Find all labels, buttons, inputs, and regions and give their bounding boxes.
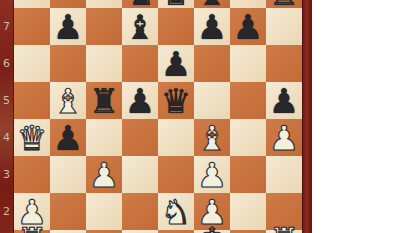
board-frame-right-edge [302, 0, 312, 233]
square-d3[interactable] [122, 156, 158, 193]
black-pawn-f7: ♟ [197, 9, 227, 46]
square-c3[interactable]: ♟ [86, 156, 122, 193]
rank-label-7: 7 [3, 20, 13, 34]
square-d4[interactable] [122, 119, 158, 156]
square-d6[interactable] [122, 45, 158, 82]
black-king-e8: ♚ [161, 0, 191, 12]
white-pawn-c3: ♟ [89, 157, 119, 194]
square-e3[interactable] [158, 156, 194, 193]
square-b2[interactable] [50, 193, 86, 230]
square-e6[interactable]: ♟ [158, 45, 194, 82]
black-pawn-b7: ♟ [53, 9, 83, 46]
square-b3[interactable] [50, 156, 86, 193]
square-e5[interactable]: ♛ [158, 82, 194, 119]
square-g6[interactable] [230, 45, 266, 82]
square-g1[interactable] [230, 230, 266, 233]
board-grid: ♞♚♝♜♟♝♟♟♟♝♜♟♛♟♛♟♝♟♟♟♟♞♟♜♚♜ [14, 0, 302, 233]
square-g2[interactable] [230, 193, 266, 230]
square-e4[interactable] [158, 119, 194, 156]
square-d5[interactable]: ♟ [122, 82, 158, 119]
rank-label-5: 5 [3, 94, 13, 108]
board-frame: 765432 ♞♚♝♜♟♝♟♟♟♝♜♟♛♟♛♟♝♟♟♟♟♞♟♜♚♜ [0, 0, 312, 233]
square-h8[interactable]: ♜ [266, 0, 302, 8]
white-knight-e2: ♞ [161, 194, 191, 231]
black-rook-h8: ♜ [269, 0, 299, 12]
square-f5[interactable] [194, 82, 230, 119]
board-frame-left-edge: 765432 [0, 0, 14, 233]
black-pawn-h5: ♟ [269, 83, 299, 120]
square-c4[interactable] [86, 119, 122, 156]
black-rook-c5: ♜ [89, 83, 119, 120]
black-pawn-g7: ♟ [233, 9, 263, 46]
square-e7[interactable] [158, 8, 194, 45]
square-a7[interactable] [14, 8, 50, 45]
white-queen-a4: ♛ [17, 120, 47, 157]
square-g4[interactable] [230, 119, 266, 156]
white-king-f1: ♚ [197, 222, 227, 233]
square-f4[interactable]: ♝ [194, 119, 230, 156]
square-g7[interactable]: ♟ [230, 8, 266, 45]
black-bishop-d7: ♝ [125, 9, 155, 46]
rank-label-3: 3 [3, 168, 13, 182]
square-a8[interactable] [14, 0, 50, 8]
square-h3[interactable] [266, 156, 302, 193]
white-pawn-f3: ♟ [197, 157, 227, 194]
square-d2[interactable] [122, 193, 158, 230]
white-bishop-f4: ♝ [197, 120, 227, 157]
square-b5[interactable]: ♝ [50, 82, 86, 119]
square-c5[interactable]: ♜ [86, 82, 122, 119]
square-c7[interactable] [86, 8, 122, 45]
square-a3[interactable] [14, 156, 50, 193]
chess-app-canvas: 765432 ♞♚♝♜♟♝♟♟♟♝♜♟♛♟♛♟♝♟♟♟♟♞♟♜♚♜ [0, 0, 414, 233]
square-g3[interactable] [230, 156, 266, 193]
black-queen-e5: ♛ [161, 83, 191, 120]
square-f6[interactable] [194, 45, 230, 82]
square-b7[interactable]: ♟ [50, 8, 86, 45]
white-rook-h1: ♜ [269, 222, 299, 233]
square-a1[interactable]: ♜ [14, 230, 50, 233]
square-h1[interactable]: ♜ [266, 230, 302, 233]
square-f7[interactable]: ♟ [194, 8, 230, 45]
square-h5[interactable]: ♟ [266, 82, 302, 119]
square-e8[interactable]: ♚ [158, 0, 194, 8]
square-d1[interactable] [122, 230, 158, 233]
square-c8[interactable] [86, 0, 122, 8]
black-pawn-d5: ♟ [125, 83, 155, 120]
square-a4[interactable]: ♛ [14, 119, 50, 156]
black-pawn-b4: ♟ [53, 120, 83, 157]
square-g5[interactable] [230, 82, 266, 119]
square-f3[interactable]: ♟ [194, 156, 230, 193]
square-b4[interactable]: ♟ [50, 119, 86, 156]
white-bishop-b5: ♝ [53, 83, 83, 120]
chessboard: ♞♚♝♜♟♝♟♟♟♝♜♟♛♟♛♟♝♟♟♟♟♞♟♜♚♜ [14, 0, 302, 233]
square-c6[interactable] [86, 45, 122, 82]
rank-label-4: 4 [3, 131, 13, 145]
square-b1[interactable] [50, 230, 86, 233]
square-h4[interactable]: ♟ [266, 119, 302, 156]
square-d7[interactable]: ♝ [122, 8, 158, 45]
white-rook-a1: ♜ [17, 222, 47, 233]
square-c1[interactable] [86, 230, 122, 233]
square-f1[interactable]: ♚ [194, 230, 230, 233]
square-e2[interactable]: ♞ [158, 193, 194, 230]
square-h6[interactable] [266, 45, 302, 82]
square-a5[interactable] [14, 82, 50, 119]
black-pawn-e6: ♟ [161, 46, 191, 83]
white-pawn-h4: ♟ [269, 120, 299, 157]
square-h7[interactable] [266, 8, 302, 45]
rank-label-2: 2 [3, 205, 13, 219]
square-a6[interactable] [14, 45, 50, 82]
square-b6[interactable] [50, 45, 86, 82]
square-c2[interactable] [86, 193, 122, 230]
rank-label-6: 6 [3, 57, 13, 71]
